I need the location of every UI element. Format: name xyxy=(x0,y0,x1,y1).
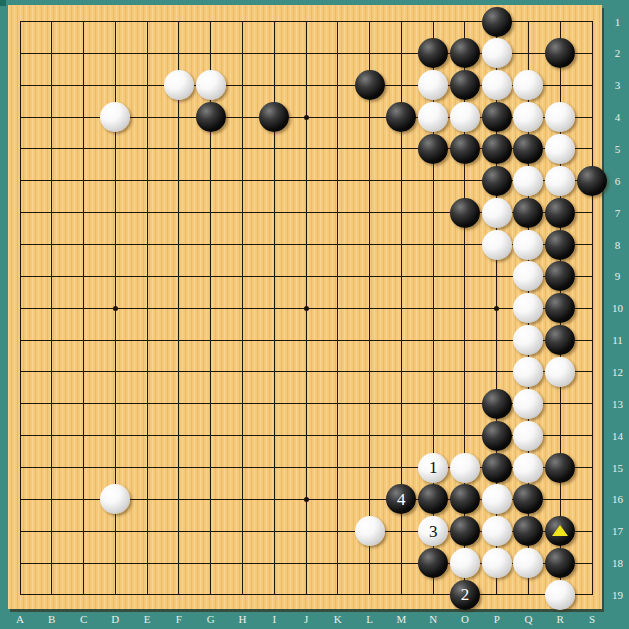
stone-black-O19[interactable]: 2 xyxy=(450,580,480,610)
row-label-4: 4 xyxy=(607,111,628,123)
star-point-J16 xyxy=(304,497,309,502)
column-label-A: A xyxy=(10,613,30,625)
row-label-16: 16 xyxy=(607,493,628,505)
stone-black-P1[interactable] xyxy=(482,7,512,37)
stone-white-P8[interactable] xyxy=(482,230,512,260)
stone-black-Q7[interactable] xyxy=(513,198,543,228)
move-number-label: 3 xyxy=(429,523,438,540)
row-label-13: 13 xyxy=(607,398,628,410)
column-label-D: D xyxy=(105,613,125,625)
row-label-6: 6 xyxy=(607,175,628,187)
column-label-K: K xyxy=(328,613,348,625)
grid-line-v-L xyxy=(369,21,370,595)
stone-white-P3[interactable] xyxy=(482,70,512,100)
stone-black-P14[interactable] xyxy=(482,421,512,451)
stone-black-O17[interactable] xyxy=(450,516,480,546)
star-point-D10 xyxy=(113,306,118,311)
grid-line-v-K xyxy=(337,21,338,595)
corner-square xyxy=(0,0,6,6)
column-label-Q: Q xyxy=(518,613,538,625)
row-label-14: 14 xyxy=(607,430,628,442)
stone-black-P15[interactable] xyxy=(482,453,512,483)
row-label-1: 1 xyxy=(607,16,628,28)
column-label-I: I xyxy=(264,613,284,625)
move-number-label: 4 xyxy=(397,491,406,508)
column-label-G: G xyxy=(201,613,221,625)
stone-white-R5[interactable] xyxy=(545,134,575,164)
stone-black-P13[interactable] xyxy=(482,389,512,419)
move-number-label: 2 xyxy=(461,586,470,603)
star-point-J4 xyxy=(304,115,309,120)
stone-white-P18[interactable] xyxy=(482,548,512,578)
stone-white-P16[interactable] xyxy=(482,484,512,514)
row-label-3: 3 xyxy=(607,79,628,91)
stone-white-Q8[interactable] xyxy=(513,230,543,260)
stone-black-P6[interactable] xyxy=(482,166,512,196)
grid-line-h-11 xyxy=(20,340,593,341)
column-label-J: J xyxy=(296,613,316,625)
column-label-B: B xyxy=(42,613,62,625)
stone-white-R6[interactable] xyxy=(545,166,575,196)
star-point-P10 xyxy=(494,306,499,311)
go-game-screenshot: ABCDEFGHIJKLMNOPQRS 12345678910111213141… xyxy=(0,0,629,629)
stone-white-L17[interactable] xyxy=(355,516,385,546)
stone-white-N15[interactable]: 1 xyxy=(418,453,448,483)
grid-line-v-S xyxy=(592,21,593,595)
stone-black-R8[interactable] xyxy=(545,230,575,260)
row-label-15: 15 xyxy=(607,462,628,474)
stone-white-G3[interactable] xyxy=(196,70,226,100)
column-label-M: M xyxy=(391,613,411,625)
stone-white-O4[interactable] xyxy=(450,102,480,132)
grid-line-h-19 xyxy=(20,594,593,595)
stone-black-R7[interactable] xyxy=(545,198,575,228)
row-label-17: 17 xyxy=(607,525,628,537)
star-point-J10 xyxy=(304,306,309,311)
column-label-H: H xyxy=(232,613,252,625)
stone-black-P5[interactable] xyxy=(482,134,512,164)
move-number-label: 1 xyxy=(429,459,438,476)
stone-black-O7[interactable] xyxy=(450,198,480,228)
stone-black-S6[interactable] xyxy=(577,166,607,196)
row-label-7: 7 xyxy=(607,207,628,219)
stone-black-L3[interactable] xyxy=(355,70,385,100)
stone-black-G4[interactable] xyxy=(196,102,226,132)
stone-white-P17[interactable] xyxy=(482,516,512,546)
stone-white-Q15[interactable] xyxy=(513,453,543,483)
stone-white-F3[interactable] xyxy=(164,70,194,100)
row-label-9: 9 xyxy=(607,270,628,282)
column-label-C: C xyxy=(74,613,94,625)
column-label-O: O xyxy=(455,613,475,625)
column-label-L: L xyxy=(360,613,380,625)
stone-black-N5[interactable] xyxy=(418,134,448,164)
stone-white-Q14[interactable] xyxy=(513,421,543,451)
stone-white-P2[interactable] xyxy=(482,38,512,68)
stone-white-P7[interactable] xyxy=(482,198,512,228)
column-label-S: S xyxy=(582,613,602,625)
column-label-P: P xyxy=(487,613,507,625)
stone-white-N4[interactable] xyxy=(418,102,448,132)
stone-white-O15[interactable] xyxy=(450,453,480,483)
column-label-E: E xyxy=(137,613,157,625)
column-label-N: N xyxy=(423,613,443,625)
stone-black-P4[interactable] xyxy=(482,102,512,132)
row-label-10: 10 xyxy=(607,302,628,314)
row-label-19: 19 xyxy=(607,589,628,601)
stone-black-R15[interactable] xyxy=(545,453,575,483)
row-label-5: 5 xyxy=(607,143,628,155)
row-label-18: 18 xyxy=(607,557,628,569)
row-label-12: 12 xyxy=(607,366,628,378)
stone-white-R12[interactable] xyxy=(545,357,575,387)
grid-line-h-12 xyxy=(20,371,593,372)
stone-black-O5[interactable] xyxy=(450,134,480,164)
stone-white-O18[interactable] xyxy=(450,548,480,578)
stone-black-O3[interactable] xyxy=(450,70,480,100)
column-label-F: F xyxy=(169,613,189,625)
column-label-R: R xyxy=(550,613,570,625)
row-label-8: 8 xyxy=(607,239,628,251)
triangle-marker-icon xyxy=(552,525,568,536)
row-label-11: 11 xyxy=(607,334,628,346)
row-label-2: 2 xyxy=(607,47,628,59)
